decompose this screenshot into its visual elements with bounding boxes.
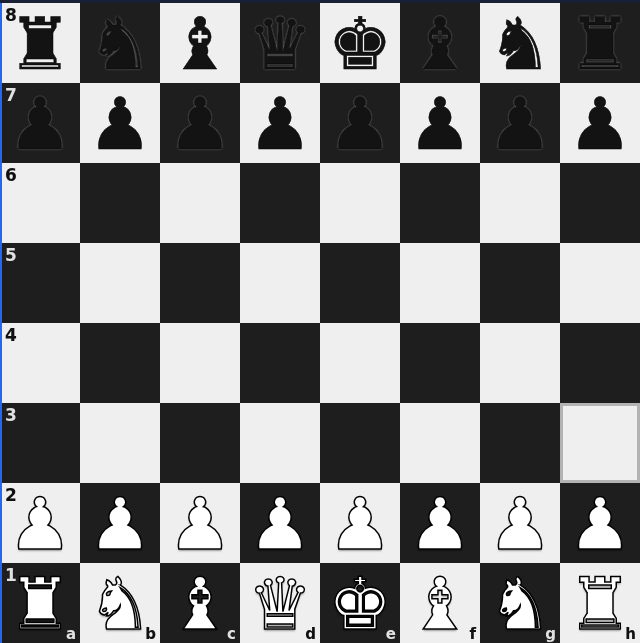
square-f7[interactable]: ♟	[400, 83, 480, 163]
piece-white-pawn-c2[interactable]: ♟	[160, 483, 240, 563]
piece-black-knight-b8[interactable]: ♞	[80, 3, 160, 83]
square-b3[interactable]	[80, 403, 160, 483]
piece-black-pawn-c7[interactable]: ♟	[160, 83, 240, 163]
square-h3[interactable]	[560, 403, 640, 483]
square-d8[interactable]: ♛	[240, 3, 320, 83]
square-f5[interactable]	[400, 243, 480, 323]
piece-black-rook-a8[interactable]: ♜	[0, 3, 80, 83]
square-a6[interactable]: 6	[0, 163, 80, 243]
square-b4[interactable]	[80, 323, 160, 403]
piece-white-pawn-d2[interactable]: ♟	[240, 483, 320, 563]
square-e8[interactable]: ♚	[320, 3, 400, 83]
piece-white-knight-b1[interactable]: ♞	[80, 563, 160, 643]
piece-black-king-e8[interactable]: ♚	[320, 3, 400, 83]
square-g4[interactable]	[480, 323, 560, 403]
square-f2[interactable]: ♟	[400, 483, 480, 563]
piece-white-pawn-a2[interactable]: ♟	[0, 483, 80, 563]
square-g8[interactable]: ♞	[480, 3, 560, 83]
square-e3[interactable]	[320, 403, 400, 483]
piece-white-pawn-f2[interactable]: ♟	[400, 483, 480, 563]
square-b1[interactable]: ♞b	[80, 563, 160, 643]
square-f4[interactable]	[400, 323, 480, 403]
square-c2[interactable]: ♟	[160, 483, 240, 563]
square-g6[interactable]	[480, 163, 560, 243]
square-c5[interactable]	[160, 243, 240, 323]
piece-white-rook-a1[interactable]: ♜	[0, 563, 80, 643]
square-c3[interactable]	[160, 403, 240, 483]
rank-label-3: 3	[5, 405, 17, 425]
chess-board: ♜8♞♝♛♚♝♞♜♟7♟♟♟♟♟♟♟6543♟2♟♟♟♟♟♟♟♜1a♞b♝c♛d…	[0, 3, 640, 643]
square-g7[interactable]: ♟	[480, 83, 560, 163]
square-c1[interactable]: ♝c	[160, 563, 240, 643]
piece-white-knight-g1[interactable]: ♞	[480, 563, 560, 643]
square-g2[interactable]: ♟	[480, 483, 560, 563]
rank-label-5: 5	[5, 245, 17, 265]
square-c7[interactable]: ♟	[160, 83, 240, 163]
square-f3[interactable]	[400, 403, 480, 483]
piece-black-rook-h8[interactable]: ♜	[560, 3, 640, 83]
square-e4[interactable]	[320, 323, 400, 403]
square-d1[interactable]: ♛d	[240, 563, 320, 643]
square-e5[interactable]	[320, 243, 400, 323]
square-d2[interactable]: ♟	[240, 483, 320, 563]
piece-white-pawn-b2[interactable]: ♟	[80, 483, 160, 563]
square-g3[interactable]	[480, 403, 560, 483]
square-c8[interactable]: ♝	[160, 3, 240, 83]
square-g5[interactable]	[480, 243, 560, 323]
square-a8[interactable]: ♜8	[0, 3, 80, 83]
piece-black-bishop-f8[interactable]: ♝	[400, 3, 480, 83]
square-h7[interactable]: ♟	[560, 83, 640, 163]
top-frame-border	[0, 0, 640, 3]
square-h4[interactable]	[560, 323, 640, 403]
square-a7[interactable]: ♟7	[0, 83, 80, 163]
piece-black-pawn-e7[interactable]: ♟	[320, 83, 400, 163]
square-e6[interactable]	[320, 163, 400, 243]
square-e2[interactable]: ♟	[320, 483, 400, 563]
piece-white-bishop-f1[interactable]: ♝	[400, 563, 480, 643]
square-a2[interactable]: ♟2	[0, 483, 80, 563]
square-h5[interactable]	[560, 243, 640, 323]
square-b8[interactable]: ♞	[80, 3, 160, 83]
rank-label-4: 4	[5, 325, 17, 345]
piece-black-pawn-h7[interactable]: ♟	[560, 83, 640, 163]
piece-black-pawn-f7[interactable]: ♟	[400, 83, 480, 163]
rank-label-6: 6	[5, 165, 17, 185]
square-g1[interactable]: ♞g	[480, 563, 560, 643]
square-h1[interactable]: ♜h	[560, 563, 640, 643]
left-accent-line	[0, 3, 2, 643]
square-f1[interactable]: ♝f	[400, 563, 480, 643]
piece-white-pawn-h2[interactable]: ♟	[560, 483, 640, 563]
square-d5[interactable]	[240, 243, 320, 323]
square-f6[interactable]	[400, 163, 480, 243]
piece-black-pawn-a7[interactable]: ♟	[0, 83, 80, 163]
piece-white-rook-h1[interactable]: ♜	[560, 563, 640, 643]
square-a4[interactable]: 4	[0, 323, 80, 403]
square-b5[interactable]	[80, 243, 160, 323]
board-grid: ♜8♞♝♛♚♝♞♜♟7♟♟♟♟♟♟♟6543♟2♟♟♟♟♟♟♟♜1a♞b♝c♛d…	[0, 3, 640, 643]
piece-black-bishop-c8[interactable]: ♝	[160, 3, 240, 83]
square-e1[interactable]: ♚e	[320, 563, 400, 643]
square-h6[interactable]	[560, 163, 640, 243]
piece-black-queen-d8[interactable]: ♛	[240, 3, 320, 83]
square-b7[interactable]: ♟	[80, 83, 160, 163]
square-e7[interactable]: ♟	[320, 83, 400, 163]
square-b6[interactable]	[80, 163, 160, 243]
piece-white-pawn-g2[interactable]: ♟	[480, 483, 560, 563]
square-c6[interactable]	[160, 163, 240, 243]
piece-black-pawn-d7[interactable]: ♟	[240, 83, 320, 163]
piece-black-pawn-b7[interactable]: ♟	[80, 83, 160, 163]
square-d3[interactable]	[240, 403, 320, 483]
piece-black-knight-g8[interactable]: ♞	[480, 3, 560, 83]
square-h2[interactable]: ♟	[560, 483, 640, 563]
square-d4[interactable]	[240, 323, 320, 403]
square-b2[interactable]: ♟	[80, 483, 160, 563]
square-a3[interactable]: 3	[0, 403, 80, 483]
piece-white-pawn-e2[interactable]: ♟	[320, 483, 400, 563]
square-d7[interactable]: ♟	[240, 83, 320, 163]
square-a5[interactable]: 5	[0, 243, 80, 323]
piece-white-king-e1[interactable]: ♚	[320, 563, 400, 643]
piece-black-pawn-g7[interactable]: ♟	[480, 83, 560, 163]
piece-white-queen-d1[interactable]: ♛	[240, 563, 320, 643]
square-d6[interactable]	[240, 163, 320, 243]
square-c4[interactable]	[160, 323, 240, 403]
piece-white-bishop-c1[interactable]: ♝	[160, 563, 240, 643]
square-f8[interactable]: ♝	[400, 3, 480, 83]
square-a1[interactable]: ♜1a	[0, 563, 80, 643]
square-h8[interactable]: ♜	[560, 3, 640, 83]
